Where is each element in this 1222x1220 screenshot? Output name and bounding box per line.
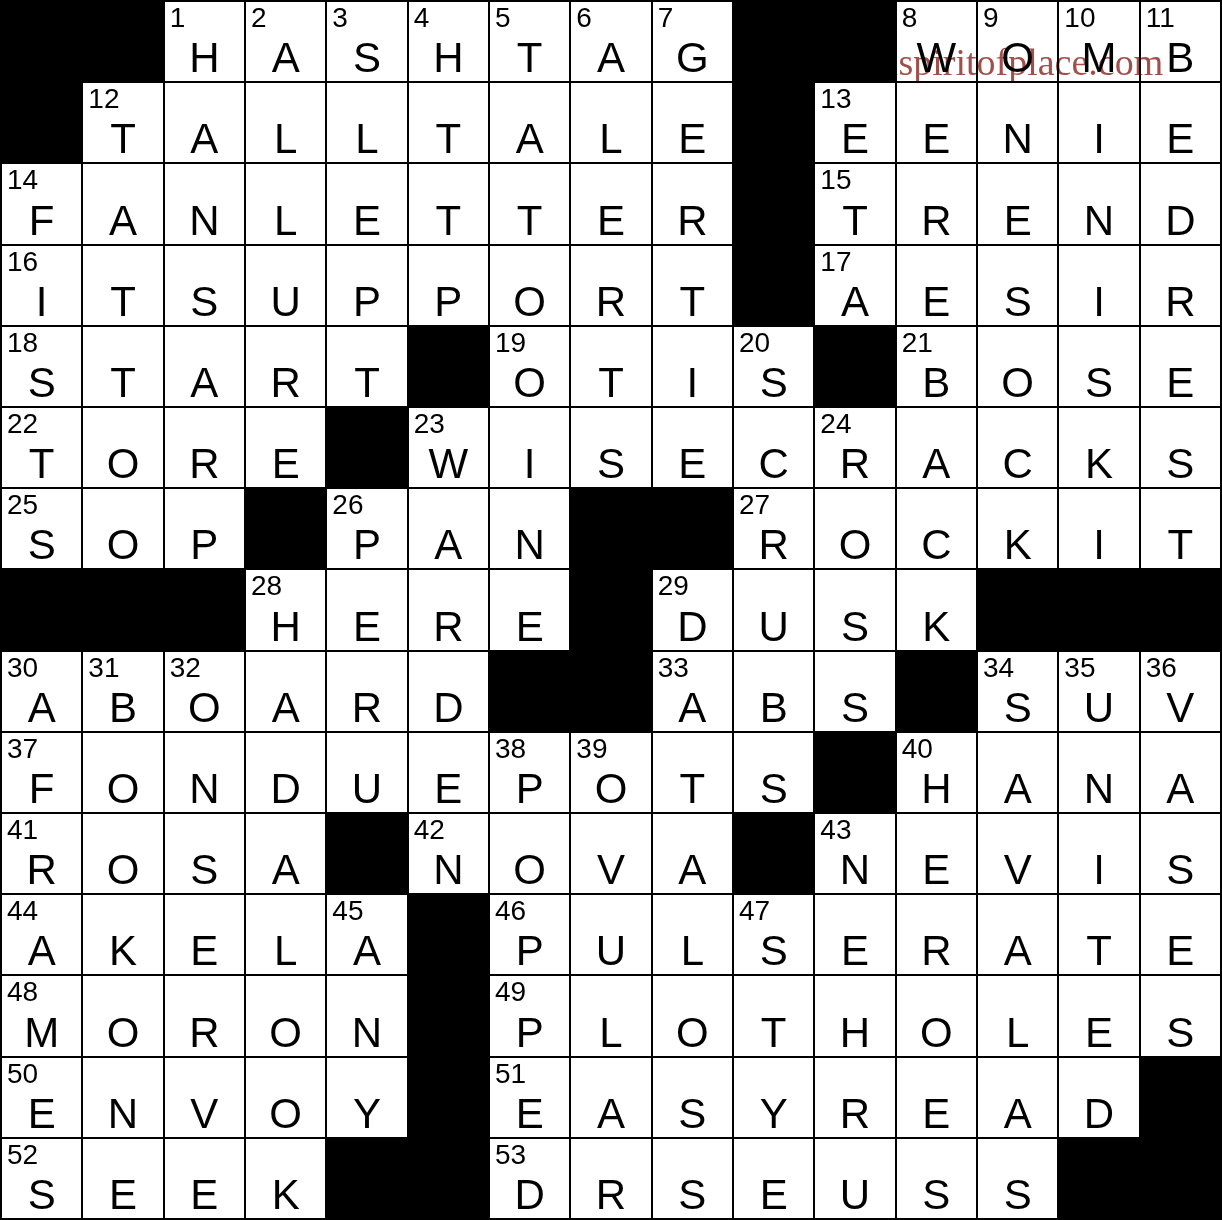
cell-r5c2[interactable]: R [165, 408, 244, 487]
cell-letter: U [327, 768, 406, 810]
cell-r8c5[interactable]: D [409, 652, 488, 731]
cell-letter: F [2, 200, 81, 242]
cell-r12c6[interactable]: 49P [490, 976, 569, 1055]
cell-r8c13[interactable]: 35U [1059, 652, 1138, 731]
cell-r2c5[interactable]: T [409, 164, 488, 243]
cell-r12c2[interactable]: R [165, 976, 244, 1055]
cell-r11c3[interactable]: L [246, 895, 325, 974]
cell-letter: N [165, 768, 244, 810]
cell-letter: U [571, 930, 650, 972]
cell-r14c2[interactable]: E [165, 1139, 244, 1218]
cell-letter: E [897, 281, 976, 323]
cell-r13c6[interactable]: 51E [490, 1058, 569, 1137]
cell-r8c2[interactable]: 32O [165, 652, 244, 731]
clue-number: 38 [495, 734, 526, 763]
cell-letter: C [897, 524, 976, 566]
cell-r2c2[interactable]: N [165, 164, 244, 243]
cell-letter: O [571, 768, 650, 810]
cell-r0c7[interactable]: 6A [571, 2, 650, 81]
cell-r11c9[interactable]: 47S [734, 895, 813, 974]
clue-number: 14 [7, 165, 38, 194]
cell-r3c5[interactable]: P [409, 246, 488, 325]
cell-r13c0[interactable]: 50E [2, 1058, 81, 1137]
cell-r10c0[interactable]: 41R [2, 814, 81, 893]
cell-r10c12[interactable]: V [978, 814, 1057, 893]
cell-r13c11[interactable]: E [897, 1058, 976, 1137]
cell-r10c13[interactable]: I [1059, 814, 1138, 893]
cell-r6c6[interactable]: N [490, 489, 569, 568]
cell-r6c5[interactable]: A [409, 489, 488, 568]
cell-r8c10[interactable]: S [815, 652, 894, 731]
clue-number: 27 [739, 490, 770, 519]
cell-r9c2[interactable]: N [165, 733, 244, 812]
cell-r0c12[interactable]: 9O [978, 2, 1057, 81]
clue-number: 19 [495, 328, 526, 357]
cell-r2c7[interactable]: E [571, 164, 650, 243]
cell-r12c9[interactable]: T [734, 976, 813, 1055]
clue-number: 17 [820, 247, 851, 276]
cell-r0c6[interactable]: 5T [490, 2, 569, 81]
cell-letter: K [83, 930, 162, 972]
cell-r6c14[interactable]: T [1141, 489, 1220, 568]
cell-letter: E [246, 443, 325, 485]
cell-letter: T [327, 362, 406, 404]
cell-r9c5[interactable]: E [409, 733, 488, 812]
clue-number: 47 [739, 896, 770, 925]
cell-r4c13[interactable]: S [1059, 327, 1138, 406]
cell-letter: T [490, 200, 569, 242]
cell-r1c5[interactable]: T [409, 83, 488, 162]
cell-r14c1[interactable]: E [83, 1139, 162, 1218]
clue-number: 34 [983, 653, 1014, 682]
cell-letter: O [978, 37, 1057, 79]
cell-r0c14[interactable]: 11B [1141, 2, 1220, 81]
cell-r1c8[interactable]: E [653, 83, 732, 162]
cell-r8c9[interactable]: B [734, 652, 813, 731]
cell-letter: B [734, 687, 813, 729]
cell-r2c4[interactable]: E [327, 164, 406, 243]
cell-r3c4[interactable]: P [327, 246, 406, 325]
cell-r1c10[interactable]: 13E [815, 83, 894, 162]
cell-r12c13[interactable]: E [1059, 976, 1138, 1055]
cell-r11c4[interactable]: 45A [327, 895, 406, 974]
cell-r2c12[interactable]: E [978, 164, 1057, 243]
cell-letter: S [978, 687, 1057, 729]
cell-r13c8[interactable]: S [653, 1058, 732, 1137]
cell-r1c4[interactable]: L [327, 83, 406, 162]
cell-r1c12[interactable]: N [978, 83, 1057, 162]
cell-r5c1[interactable]: O [83, 408, 162, 487]
clue-number: 25 [7, 490, 38, 519]
cell-letter: T [653, 281, 732, 323]
block-r8c6 [490, 652, 569, 731]
cell-r8c3[interactable]: A [246, 652, 325, 731]
cell-r2c13[interactable]: N [1059, 164, 1138, 243]
cell-r0c4[interactable]: 3S [327, 2, 406, 81]
cell-r3c8[interactable]: T [653, 246, 732, 325]
cell-r10c10[interactable]: 43N [815, 814, 894, 893]
cell-r8c0[interactable]: 30A [2, 652, 81, 731]
block-r7c1 [83, 570, 162, 649]
cell-r9c7[interactable]: 39O [571, 733, 650, 812]
cell-letter: H [409, 37, 488, 79]
cell-letter: H [897, 768, 976, 810]
cell-r9c0[interactable]: 37F [2, 733, 81, 812]
cell-r6c4[interactable]: 26P [327, 489, 406, 568]
cell-r10c8[interactable]: A [653, 814, 732, 893]
cell-letter: P [165, 524, 244, 566]
cell-r9c4[interactable]: U [327, 733, 406, 812]
cell-r4c12[interactable]: O [978, 327, 1057, 406]
cell-r9c13[interactable]: N [1059, 733, 1138, 812]
cell-r14c10[interactable]: U [815, 1139, 894, 1218]
cell-letter: O [897, 1012, 976, 1054]
cell-r4c1[interactable]: T [83, 327, 162, 406]
cell-letter: S [653, 1093, 732, 1135]
cell-letter: O [83, 1012, 162, 1054]
cell-letter: K [1059, 443, 1138, 485]
cell-r13c2[interactable]: V [165, 1058, 244, 1137]
cell-r14c7[interactable]: R [571, 1139, 650, 1218]
cell-letter: O [978, 362, 1057, 404]
cell-letter: I [1059, 524, 1138, 566]
block-r14c4 [327, 1139, 406, 1218]
cell-r11c6[interactable]: 46P [490, 895, 569, 974]
block-r0c0 [2, 2, 81, 81]
cell-r4c6[interactable]: 19O [490, 327, 569, 406]
cell-r5c13[interactable]: K [1059, 408, 1138, 487]
cell-r2c14[interactable]: D [1141, 164, 1220, 243]
cell-r9c12[interactable]: A [978, 733, 1057, 812]
cell-r0c5[interactable]: 4H [409, 2, 488, 81]
clue-number: 22 [7, 409, 38, 438]
cell-r14c9[interactable]: E [734, 1139, 813, 1218]
cell-r4c7[interactable]: T [571, 327, 650, 406]
cell-r0c3[interactable]: 2A [246, 2, 325, 81]
cell-r2c1[interactable]: A [83, 164, 162, 243]
cell-letter: N [83, 1093, 162, 1135]
cell-r6c2[interactable]: P [165, 489, 244, 568]
cell-r12c7[interactable]: L [571, 976, 650, 1055]
cell-letter: R [571, 281, 650, 323]
clue-number: 28 [251, 571, 282, 600]
cell-r1c14[interactable]: E [1141, 83, 1220, 162]
cell-r12c14[interactable]: S [1141, 976, 1220, 1055]
cell-r7c8[interactable]: 29D [653, 570, 732, 649]
cell-r2c11[interactable]: R [897, 164, 976, 243]
block-r7c14 [1141, 570, 1220, 649]
cell-r2c0[interactable]: 14F [2, 164, 81, 243]
cell-r7c10[interactable]: S [815, 570, 894, 649]
cell-letter: E [1059, 1012, 1138, 1054]
cell-letter: P [409, 281, 488, 323]
cell-r5c11[interactable]: A [897, 408, 976, 487]
cell-letter: U [734, 606, 813, 648]
block-r7c0 [2, 570, 81, 649]
cell-r9c8[interactable]: T [653, 733, 732, 812]
cell-r7c6[interactable]: E [490, 570, 569, 649]
cell-letter: W [409, 443, 488, 485]
clue-number: 43 [820, 815, 851, 844]
cell-r10c7[interactable]: V [571, 814, 650, 893]
cell-r9c1[interactable]: O [83, 733, 162, 812]
cell-r12c3[interactable]: O [246, 976, 325, 1055]
block-r1c0 [2, 83, 81, 162]
cell-r2c3[interactable]: L [246, 164, 325, 243]
cell-r6c1[interactable]: O [83, 489, 162, 568]
cell-r0c13[interactable]: 10M [1059, 2, 1138, 81]
cell-r4c9[interactable]: 20S [734, 327, 813, 406]
cell-r12c1[interactable]: O [83, 976, 162, 1055]
cell-r9c3[interactable]: D [246, 733, 325, 812]
clue-number: 4 [414, 3, 430, 32]
cell-r12c4[interactable]: N [327, 976, 406, 1055]
cell-letter: D [409, 687, 488, 729]
cell-r12c12[interactable]: L [978, 976, 1057, 1055]
cell-r3c11[interactable]: E [897, 246, 976, 325]
cell-r11c7[interactable]: U [571, 895, 650, 974]
cell-letter: S [978, 281, 1057, 323]
cell-r0c2[interactable]: 1H [165, 2, 244, 81]
cell-r11c2[interactable]: E [165, 895, 244, 974]
cell-r6c11[interactable]: C [897, 489, 976, 568]
cell-r5c8[interactable]: E [653, 408, 732, 487]
cell-r9c11[interactable]: 40H [897, 733, 976, 812]
cell-r13c7[interactable]: A [571, 1058, 650, 1137]
cell-r7c4[interactable]: E [327, 570, 406, 649]
cell-r12c10[interactable]: H [815, 976, 894, 1055]
cell-r3c0[interactable]: 16I [2, 246, 81, 325]
cell-r6c9[interactable]: 27R [734, 489, 813, 568]
cell-letter: D [1141, 200, 1220, 242]
cell-r0c8[interactable]: 7G [653, 2, 732, 81]
cell-letter: A [490, 118, 569, 160]
cell-r13c4[interactable]: Y [327, 1058, 406, 1137]
cell-letter: G [653, 37, 732, 79]
cell-r11c1[interactable]: K [83, 895, 162, 974]
cell-letter: N [1059, 200, 1138, 242]
cell-r6c13[interactable]: I [1059, 489, 1138, 568]
cell-letter: S [1141, 1012, 1220, 1054]
cell-r4c8[interactable]: I [653, 327, 732, 406]
cell-r10c14[interactable]: S [1141, 814, 1220, 893]
clue-number: 37 [7, 734, 38, 763]
cell-r8c8[interactable]: 33A [653, 652, 732, 731]
clue-number: 52 [7, 1140, 38, 1169]
cell-r13c10[interactable]: R [815, 1058, 894, 1137]
cell-letter: K [246, 1174, 325, 1216]
block-r10c9 [734, 814, 813, 893]
cell-r7c9[interactable]: U [734, 570, 813, 649]
cell-r7c3[interactable]: 28H [246, 570, 325, 649]
cell-letter: E [165, 930, 244, 972]
cell-letter: E [815, 930, 894, 972]
cell-r11c8[interactable]: L [653, 895, 732, 974]
cell-r2c8[interactable]: R [653, 164, 732, 243]
cell-r6c12[interactable]: K [978, 489, 1057, 568]
cell-letter: S [653, 1174, 732, 1216]
cell-r14c11[interactable]: S [897, 1139, 976, 1218]
cell-r14c3[interactable]: K [246, 1139, 325, 1218]
cell-letter: S [165, 849, 244, 891]
cell-letter: O [653, 1012, 732, 1054]
block-r6c7 [571, 489, 650, 568]
clue-number: 15 [820, 165, 851, 194]
cell-r1c1[interactable]: 12T [83, 83, 162, 162]
cell-letter: P [327, 524, 406, 566]
cell-r8c4[interactable]: R [327, 652, 406, 731]
cell-r12c8[interactable]: O [653, 976, 732, 1055]
cell-r1c3[interactable]: L [246, 83, 325, 162]
cell-letter: S [978, 1174, 1057, 1216]
cell-r5c12[interactable]: C [978, 408, 1057, 487]
cell-r5c3[interactable]: E [246, 408, 325, 487]
cell-letter: E [490, 606, 569, 648]
cell-r11c14[interactable]: E [1141, 895, 1220, 974]
cell-r1c7[interactable]: L [571, 83, 650, 162]
cell-letter: V [1141, 687, 1220, 729]
cell-letter: A [165, 118, 244, 160]
cell-letter: R [571, 1174, 650, 1216]
cell-r9c14[interactable]: A [1141, 733, 1220, 812]
cell-r12c0[interactable]: 48M [2, 976, 81, 1055]
cell-r6c0[interactable]: 25S [2, 489, 81, 568]
cell-r4c14[interactable]: E [1141, 327, 1220, 406]
cell-letter: K [897, 606, 976, 648]
cell-letter: M [2, 1012, 81, 1054]
clue-number: 30 [7, 653, 38, 682]
cell-r7c5[interactable]: R [409, 570, 488, 649]
cell-letter: S [734, 768, 813, 810]
cell-r3c3[interactable]: U [246, 246, 325, 325]
cell-letter: U [246, 281, 325, 323]
cell-r5c7[interactable]: S [571, 408, 650, 487]
cell-r0c11[interactable]: 8W [897, 2, 976, 81]
cell-letter: R [327, 687, 406, 729]
cell-letter: N [165, 200, 244, 242]
cell-r3c12[interactable]: S [978, 246, 1057, 325]
cell-r10c11[interactable]: E [897, 814, 976, 893]
cell-letter: E [83, 1174, 162, 1216]
cell-letter: E [815, 118, 894, 160]
cell-letter: E [897, 849, 976, 891]
cell-r13c13[interactable]: D [1059, 1058, 1138, 1137]
cell-letter: A [815, 281, 894, 323]
cell-letter: S [327, 37, 406, 79]
cell-letter: S [1059, 362, 1138, 404]
cell-r3c10[interactable]: 17A [815, 246, 894, 325]
cell-r5c10[interactable]: 24R [815, 408, 894, 487]
cell-r1c2[interactable]: A [165, 83, 244, 162]
block-r7c12 [978, 570, 1057, 649]
cell-r3c13[interactable]: I [1059, 246, 1138, 325]
clue-number: 3 [332, 3, 348, 32]
cell-r7c11[interactable]: K [897, 570, 976, 649]
cell-r4c2[interactable]: A [165, 327, 244, 406]
cell-r10c3[interactable]: A [246, 814, 325, 893]
cell-r4c3[interactable]: R [246, 327, 325, 406]
cell-letter: B [83, 687, 162, 729]
cell-r3c6[interactable]: O [490, 246, 569, 325]
cell-r11c11[interactable]: R [897, 895, 976, 974]
cell-r13c12[interactable]: A [978, 1058, 1057, 1137]
clue-number: 1 [170, 3, 186, 32]
cell-r8c14[interactable]: 36V [1141, 652, 1220, 731]
cell-r11c10[interactable]: E [815, 895, 894, 974]
cell-r6c10[interactable]: O [815, 489, 894, 568]
cell-r8c1[interactable]: 31B [83, 652, 162, 731]
cell-r2c6[interactable]: T [490, 164, 569, 243]
cell-r8c12[interactable]: 34S [978, 652, 1057, 731]
cell-r9c6[interactable]: 38P [490, 733, 569, 812]
cell-r4c11[interactable]: 21B [897, 327, 976, 406]
cell-r14c12[interactable]: S [978, 1139, 1057, 1218]
cell-r11c13[interactable]: T [1059, 895, 1138, 974]
cell-r14c8[interactable]: S [653, 1139, 732, 1218]
clue-number: 49 [495, 977, 526, 1006]
cell-letter: V [571, 849, 650, 891]
clue-number: 44 [7, 896, 38, 925]
cell-r13c3[interactable]: O [246, 1058, 325, 1137]
cell-letter: E [1141, 362, 1220, 404]
cell-r10c2[interactable]: S [165, 814, 244, 893]
cell-r10c5[interactable]: 42N [409, 814, 488, 893]
cell-r4c0[interactable]: 18S [2, 327, 81, 406]
cell-letter: H [246, 606, 325, 648]
clue-number: 42 [414, 815, 445, 844]
cell-r3c14[interactable]: R [1141, 246, 1220, 325]
cell-r3c2[interactable]: S [165, 246, 244, 325]
cell-letter: L [246, 118, 325, 160]
cell-r10c6[interactable]: O [490, 814, 569, 893]
cell-letter: A [246, 849, 325, 891]
cell-r1c11[interactable]: E [897, 83, 976, 162]
cell-letter: R [2, 849, 81, 891]
cell-letter: C [978, 443, 1057, 485]
cell-r5c9[interactable]: C [734, 408, 813, 487]
cell-r1c6[interactable]: A [490, 83, 569, 162]
cell-r5c6[interactable]: I [490, 408, 569, 487]
cell-letter: R [165, 443, 244, 485]
clue-number: 10 [1064, 3, 1095, 32]
cell-r5c0[interactable]: 22T [2, 408, 81, 487]
clue-number: 23 [414, 409, 445, 438]
cell-r5c5[interactable]: 23W [409, 408, 488, 487]
cell-letter: O [246, 1012, 325, 1054]
cell-r13c1[interactable]: N [83, 1058, 162, 1137]
cell-r13c9[interactable]: Y [734, 1058, 813, 1137]
cell-r12c11[interactable]: O [897, 976, 976, 1055]
cell-r3c7[interactable]: R [571, 246, 650, 325]
cell-r3c1[interactable]: T [83, 246, 162, 325]
cell-r14c6[interactable]: 53D [490, 1139, 569, 1218]
cell-r10c1[interactable]: O [83, 814, 162, 893]
cell-letter: P [490, 1012, 569, 1054]
cell-letter: I [1059, 849, 1138, 891]
cell-r4c4[interactable]: T [327, 327, 406, 406]
cell-letter: V [978, 849, 1057, 891]
cell-r2c10[interactable]: 15T [815, 164, 894, 243]
cell-letter: S [897, 1174, 976, 1216]
cell-r9c9[interactable]: S [734, 733, 813, 812]
cell-r1c13[interactable]: I [1059, 83, 1138, 162]
cell-r5c14[interactable]: S [1141, 408, 1220, 487]
cell-letter: A [246, 687, 325, 729]
cell-r14c0[interactable]: 52S [2, 1139, 81, 1218]
cell-r11c12[interactable]: A [978, 895, 1057, 974]
cell-r11c0[interactable]: 44A [2, 895, 81, 974]
cell-letter: I [653, 362, 732, 404]
